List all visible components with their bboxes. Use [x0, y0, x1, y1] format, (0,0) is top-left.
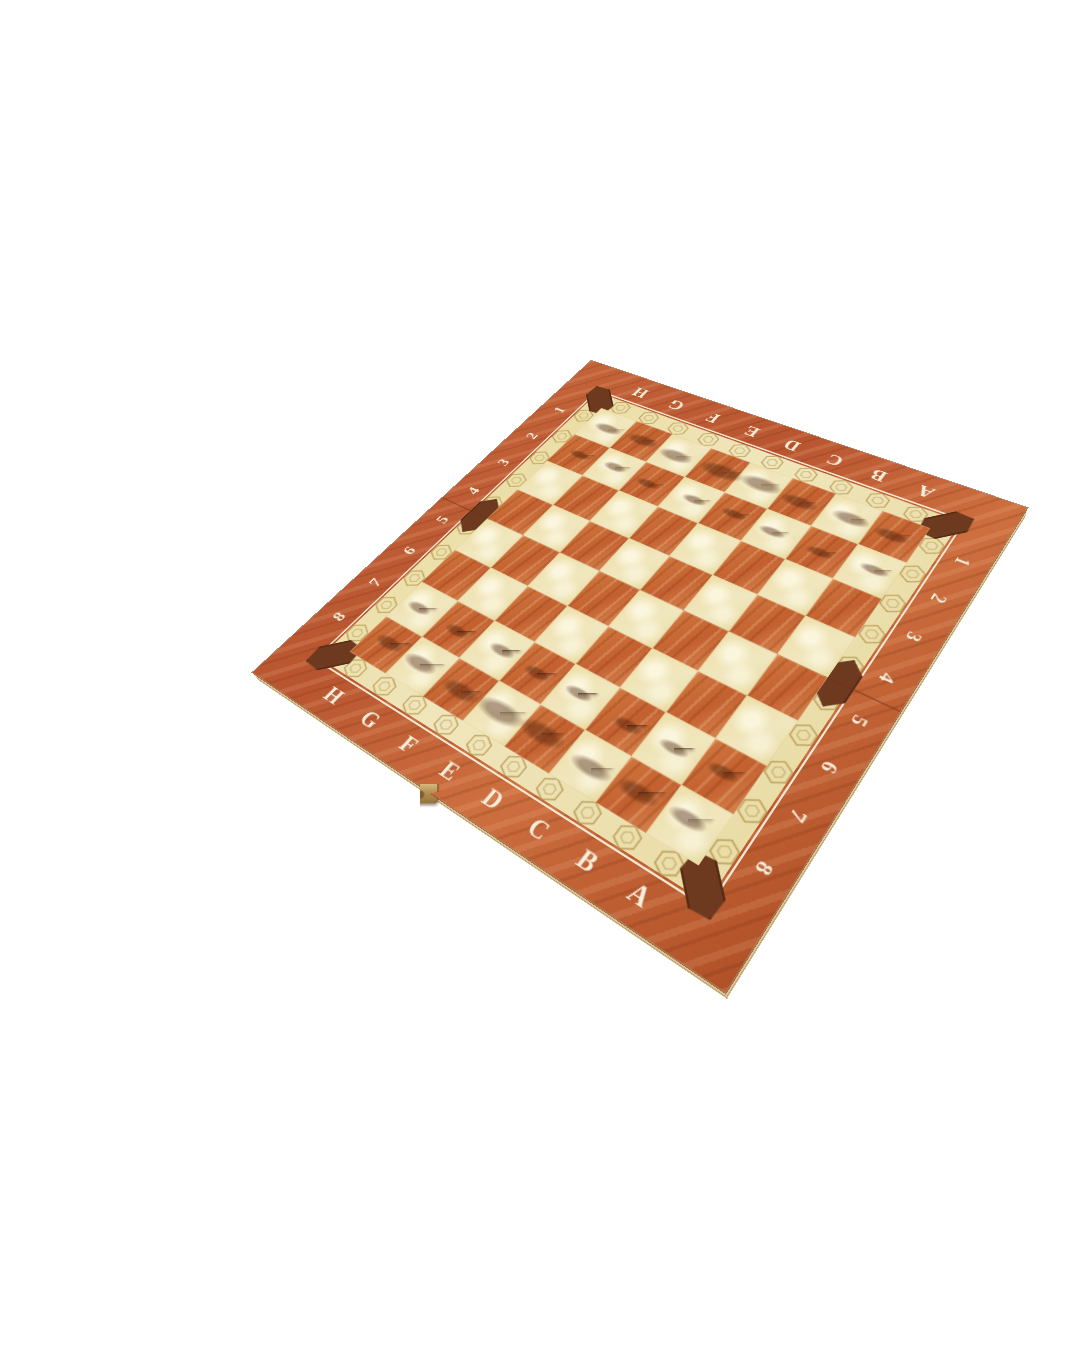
clasp-latch: [402, 780, 438, 804]
file-label-bottom-f: F: [395, 732, 423, 758]
rank-label-left-4: 4: [465, 485, 483, 496]
file-label-bottom-h: H: [319, 683, 349, 708]
squares-grid: ♜♟♞♟♝♟♚♟♛♟♝♟♟♞♜♟♟♜♞♟♟♝♟♚♟♛♟♝♟♞♟♜: [350, 408, 931, 866]
chess-board: HH11GG22FF33EE44DD55CC66BB77AA88♜♟♞♟♝♟♚♟…: [253, 360, 1028, 992]
file-label-bottom-d: D: [477, 784, 508, 814]
file-label-bottom-e: E: [435, 757, 465, 785]
rank-label-left-8: 8: [330, 610, 349, 623]
rank-label-right-5: 5: [847, 712, 872, 730]
rank-label-left-2: 2: [523, 431, 540, 441]
rank-label-right-6: 6: [817, 758, 843, 777]
rank-label-right-1: 1: [951, 555, 974, 569]
file-label-bottom-g: G: [355, 706, 385, 732]
rank-label-right-2: 2: [927, 591, 951, 605]
rank-label-right-7: 7: [785, 806, 811, 826]
rank-label-right-8: 8: [751, 857, 778, 879]
rank-label-right-4: 4: [875, 670, 900, 687]
rank-label-left-5: 5: [433, 514, 451, 525]
rank-label-left-3: 3: [495, 457, 512, 467]
file-label-bottom-a: A: [622, 878, 656, 913]
file-label-bottom-b: B: [571, 845, 603, 877]
white-pawn-icon: ♟: [747, 471, 796, 542]
product-photo-canvas: HH11GG22FF33EE44DD55CC66BB77AA88♜♟♞♟♝♟♚♟…: [0, 0, 1080, 1350]
rank-label-right-3: 3: [902, 629, 926, 644]
file-label-bottom-c: C: [522, 814, 554, 845]
